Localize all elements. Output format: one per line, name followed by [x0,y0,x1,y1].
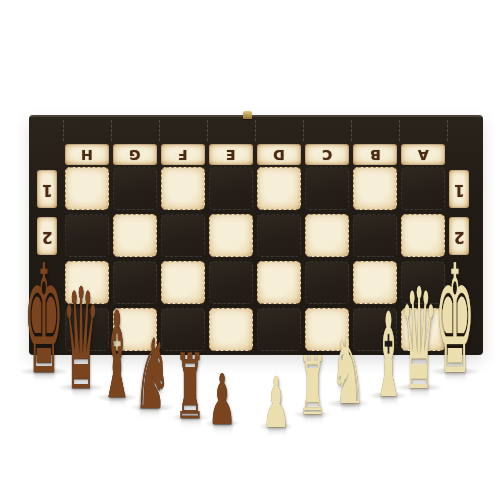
file-label-C: C [305,144,349,165]
light-pawn-piece[interactable]: ♟ [261,368,292,438]
square-g2 [111,212,159,259]
dark-knight-piece[interactable]: ♞ [132,326,173,423]
square-e1 [207,165,255,212]
box-seam [351,120,352,141]
file-label-A: A [401,144,445,165]
square-d2 [255,212,303,259]
square-f1 [159,165,207,212]
rank-label-1-left: 1 [37,170,57,208]
file-label-B: B [353,144,397,165]
square-h1 [63,165,111,212]
square-h2 [63,212,111,259]
box-seam [111,120,112,141]
dark-pawn-piece[interactable]: ♟ [207,365,238,435]
square-d3 [255,259,303,306]
box-seam [207,120,208,141]
file-labels-row: HGFEDCBA [63,142,447,167]
square-c3 [303,259,351,306]
box-seam [159,120,160,141]
box-seam [63,120,64,141]
dark-rook-piece[interactable]: ♜ [173,342,206,432]
box-seam [399,120,400,141]
file-label-D: D [257,144,301,165]
file-label-G: G [113,144,157,165]
box-seam [303,120,304,141]
square-e2 [207,212,255,259]
square-e4 [207,306,255,353]
square-b1 [351,165,399,212]
brass-clasp-icon [243,111,252,119]
square-f3 [159,259,207,306]
square-g1 [111,165,159,212]
square-f2 [159,212,207,259]
dark-queen-piece[interactable]: ♛ [60,270,102,410]
box-seam [447,120,448,141]
square-d1 [255,165,303,212]
rank-label-1-right: 1 [449,170,469,208]
file-label-F: F [161,144,205,165]
file-label-E: E [209,144,253,165]
light-king-piece[interactable]: ♚ [433,245,478,395]
light-knight-piece[interactable]: ♞ [329,326,368,418]
square-b2 [351,212,399,259]
product-photo-scene: HGFEDCBA 1122 ♚♛♝♞♜♟♟♜♞♝♛♚ [0,0,500,500]
dark-bishop-piece[interactable]: ♝ [99,296,135,416]
square-c2 [303,212,351,259]
square-c1 [303,165,351,212]
file-label-H: H [65,144,109,165]
light-rook-piece[interactable]: ♜ [296,346,328,427]
square-a1 [399,165,447,212]
square-e3 [207,259,255,306]
box-seam [255,120,256,141]
